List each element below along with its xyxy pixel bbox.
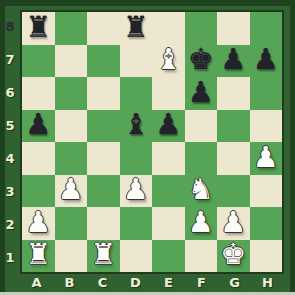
square-h4[interactable]: ♟: [250, 142, 283, 175]
square-a2[interactable]: ♟: [22, 207, 55, 240]
square-a7[interactable]: [22, 45, 55, 78]
square-c8[interactable]: [87, 12, 120, 45]
square-b8[interactable]: [55, 12, 88, 45]
square-b4[interactable]: [55, 142, 88, 175]
black-bishop-d5: ♝: [123, 110, 149, 139]
white-rook-c1: ♜: [90, 240, 116, 269]
square-e5[interactable]: ♟: [152, 110, 185, 143]
rank-label-1: 1: [0, 241, 20, 274]
square-a8[interactable]: ♜: [22, 12, 55, 45]
square-e1[interactable]: [152, 240, 185, 273]
square-b1[interactable]: [55, 240, 88, 273]
white-pawn-b3: ♟: [58, 175, 84, 204]
square-f1[interactable]: [185, 240, 218, 273]
square-h1[interactable]: [250, 240, 283, 273]
square-b5[interactable]: [55, 110, 88, 143]
square-e4[interactable]: [152, 142, 185, 175]
black-king-f7: ♚: [188, 45, 214, 74]
rank-label-7: 7: [0, 43, 20, 76]
frame-right-edge: [290, 0, 295, 295]
white-rook-a1: ♜: [25, 240, 51, 269]
white-bishop-e7: ♝: [155, 45, 181, 74]
square-f2[interactable]: ♟: [185, 207, 218, 240]
white-pawn-f2: ♟: [188, 208, 214, 237]
black-pawn-g7: ♟: [220, 45, 246, 74]
file-label-b: B: [53, 273, 86, 292]
rank-label-2: 2: [0, 208, 20, 241]
chess-diagram: 87654321 ♜♜♝♚♟♟♟♟♝♟♟♟♟♞♟♟♟♜♜♚ ABCDEFGH: [0, 0, 295, 295]
black-pawn-e5: ♟: [155, 110, 181, 139]
square-e3[interactable]: [152, 175, 185, 208]
square-g5[interactable]: [217, 110, 250, 143]
square-g2[interactable]: ♟: [217, 207, 250, 240]
square-d5[interactable]: ♝: [120, 110, 153, 143]
rank-label-3: 3: [0, 175, 20, 208]
rank-labels: 87654321: [0, 10, 20, 274]
square-c7[interactable]: [87, 45, 120, 78]
square-g3[interactable]: [217, 175, 250, 208]
black-rook-d8: ♜: [123, 13, 149, 42]
square-a5[interactable]: ♟: [22, 110, 55, 143]
file-label-a: A: [20, 273, 53, 292]
square-d2[interactable]: [120, 207, 153, 240]
square-e8[interactable]: [152, 12, 185, 45]
black-pawn-a5: ♟: [25, 110, 51, 139]
square-c1[interactable]: ♜: [87, 240, 120, 273]
file-label-h: H: [251, 273, 284, 292]
frame-top-edge: [0, 0, 295, 6]
square-b2[interactable]: [55, 207, 88, 240]
file-label-c: C: [86, 273, 119, 292]
file-label-g: G: [218, 273, 251, 292]
square-h6[interactable]: [250, 77, 283, 110]
square-c6[interactable]: [87, 77, 120, 110]
square-g1[interactable]: ♚: [217, 240, 250, 273]
square-c4[interactable]: [87, 142, 120, 175]
square-g6[interactable]: [217, 77, 250, 110]
square-h5[interactable]: [250, 110, 283, 143]
square-f5[interactable]: [185, 110, 218, 143]
white-king-g1: ♚: [220, 240, 246, 269]
square-d4[interactable]: [120, 142, 153, 175]
white-knight-f3: ♞: [188, 175, 214, 204]
square-d7[interactable]: [120, 45, 153, 78]
square-h2[interactable]: [250, 207, 283, 240]
square-a1[interactable]: ♜: [22, 240, 55, 273]
square-b3[interactable]: ♟: [55, 175, 88, 208]
square-c3[interactable]: [87, 175, 120, 208]
square-g8[interactable]: [217, 12, 250, 45]
black-pawn-h7: ♟: [253, 45, 279, 74]
square-f4[interactable]: [185, 142, 218, 175]
square-f8[interactable]: [185, 12, 218, 45]
square-d6[interactable]: [120, 77, 153, 110]
white-pawn-d3: ♟: [123, 175, 149, 204]
square-g7[interactable]: ♟: [217, 45, 250, 78]
rank-label-4: 4: [0, 142, 20, 175]
square-f6[interactable]: ♟: [185, 77, 218, 110]
square-b6[interactable]: [55, 77, 88, 110]
rank-label-8: 8: [0, 10, 20, 43]
square-c5[interactable]: [87, 110, 120, 143]
square-h3[interactable]: [250, 175, 283, 208]
black-rook-a8: ♜: [25, 13, 51, 42]
black-pawn-f6: ♟: [188, 78, 214, 107]
square-d1[interactable]: [120, 240, 153, 273]
square-e7[interactable]: ♝: [152, 45, 185, 78]
square-b7[interactable]: [55, 45, 88, 78]
square-h8[interactable]: [250, 12, 283, 45]
square-f7[interactable]: ♚: [185, 45, 218, 78]
square-d8[interactable]: ♜: [120, 12, 153, 45]
white-pawn-g2: ♟: [220, 208, 246, 237]
square-a6[interactable]: [22, 77, 55, 110]
white-pawn-h4: ♟: [253, 143, 279, 172]
file-label-e: E: [152, 273, 185, 292]
square-e6[interactable]: [152, 77, 185, 110]
rank-label-5: 5: [0, 109, 20, 142]
square-a3[interactable]: [22, 175, 55, 208]
file-label-f: F: [185, 273, 218, 292]
square-e2[interactable]: [152, 207, 185, 240]
square-g4[interactable]: [217, 142, 250, 175]
square-f3[interactable]: ♞: [185, 175, 218, 208]
file-labels: ABCDEFGH: [20, 273, 284, 292]
square-c2[interactable]: [87, 207, 120, 240]
file-label-d: D: [119, 273, 152, 292]
chess-board: ♜♜♝♚♟♟♟♟♝♟♟♟♟♞♟♟♟♜♜♚: [20, 10, 284, 274]
white-pawn-a2: ♟: [25, 208, 51, 237]
square-a4[interactable]: [22, 142, 55, 175]
square-h7[interactable]: ♟: [250, 45, 283, 78]
rank-label-6: 6: [0, 76, 20, 109]
square-d3[interactable]: ♟: [120, 175, 153, 208]
